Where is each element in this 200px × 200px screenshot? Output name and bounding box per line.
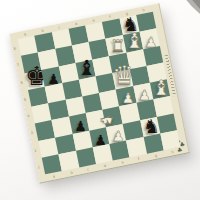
- file-label: d: [75, 21, 78, 26]
- rank-label: 5: [23, 97, 26, 102]
- file-label: c: [87, 167, 90, 172]
- file-label: c: [58, 25, 61, 30]
- photo-backdrop: abcdefgh abcdefgh 87654321 ♞♜♝♟♚♟♝♛♟♟♝♟♞…: [0, 0, 200, 200]
- square-h1[interactable]: [160, 130, 180, 150]
- file-label: e: [121, 160, 124, 165]
- file-label: f: [109, 14, 111, 19]
- file-label: a: [24, 32, 27, 37]
- file-label: h: [142, 8, 145, 13]
- rank-label: 7: [17, 63, 20, 68]
- file-label: a: [53, 174, 56, 179]
- rank-label: 2: [34, 148, 37, 153]
- rank-label: 4: [27, 114, 30, 119]
- file-label: g: [154, 153, 157, 158]
- rank-label: 6: [20, 80, 23, 85]
- file-label: b: [41, 28, 44, 33]
- file-label: d: [104, 163, 107, 168]
- file-label: b: [70, 170, 73, 175]
- file-label: e: [92, 18, 95, 23]
- file-label: f: [138, 157, 140, 162]
- board-grid: ♞♜♝♟♚♟♝♛♟♟♝♟♞♟♟♞: [18, 12, 181, 175]
- rank-label: 1: [37, 164, 40, 169]
- board-border: abcdefgh abcdefgh 87654321 ♞♜♝♟♚♟♝♛♟♟♝♟♞…: [9, 3, 189, 183]
- chess-board: abcdefgh abcdefgh 87654321 ♞♜♝♟♚♟♝♛♟♟♝♟♞…: [9, 3, 188, 182]
- rank-label: 3: [30, 131, 33, 136]
- rank-label: 8: [13, 46, 16, 51]
